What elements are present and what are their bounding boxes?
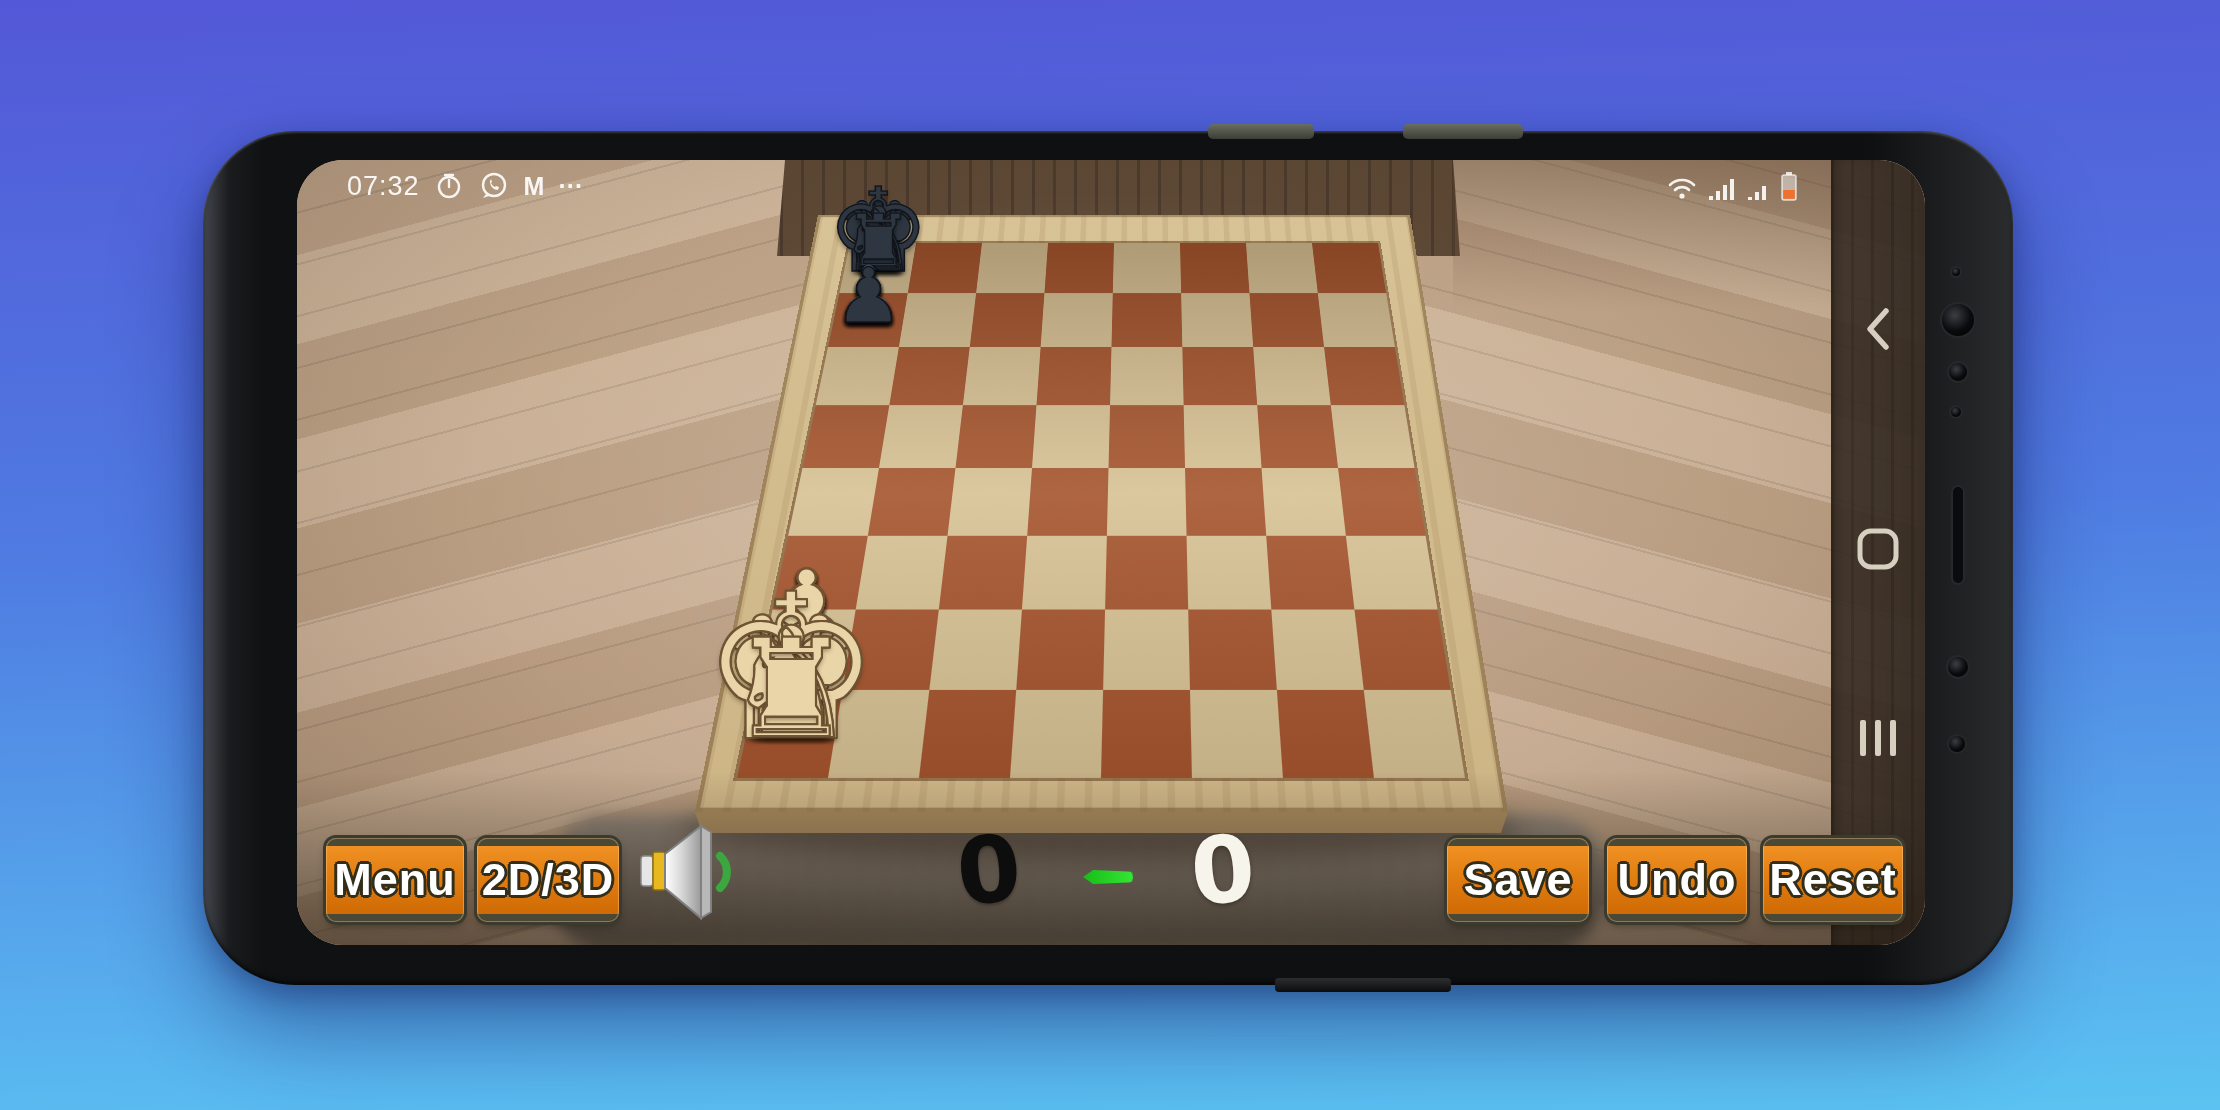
side-key-bump [1275, 978, 1451, 992]
more-dots-icon: ··· [558, 172, 583, 201]
signal-bars-icon [1708, 172, 1738, 202]
undo-button[interactable]: Undo [1607, 838, 1747, 922]
power-button [1403, 124, 1523, 139]
speaker-icon[interactable] [627, 812, 737, 936]
phone-device: ♜♞♝♛♚♝♞♜♟♟♟♟♟♟♟♟♟♟♟♟♟♟♟♟♜♞♝♛♚♝♞♜ 07:32 M… [203, 131, 2013, 985]
android-nav-bar [1831, 160, 1925, 945]
wifi-icon [1665, 172, 1699, 202]
iris-camera [1949, 363, 1967, 381]
gmail-icon: M [524, 172, 545, 201]
view-toggle-button[interactable]: 2D/3D [477, 838, 619, 922]
earpiece-speaker [1953, 487, 1963, 583]
battery-icon [1780, 170, 1798, 202]
chess-piece-black-pawn[interactable]: ♟ [835, 257, 903, 333]
recents-button[interactable] [1856, 716, 1900, 764]
chess-piece-white-rook[interactable]: ♜ [730, 621, 852, 757]
white-score: 0 [1186, 814, 1259, 926]
home-button[interactable] [1855, 526, 1901, 576]
phone-screen: ♜♞♝♛♚♝♞♜♟♟♟♟♟♟♟♟♟♟♟♟♟♟♟♟♜♞♝♛♚♝♞♜ 07:32 M… [297, 160, 1925, 945]
signal-bars-2-icon [1747, 172, 1771, 202]
sensor-dot-2 [1948, 657, 1968, 677]
clock: 07:32 [347, 171, 420, 202]
proximity-sensor [1951, 407, 1961, 417]
timer-icon [434, 171, 464, 201]
score-display: 0 0 [957, 815, 1255, 925]
front-camera [1942, 304, 1974, 336]
sensor-dot-3 [1949, 736, 1965, 752]
menu-button[interactable]: Menu [326, 838, 464, 922]
whatsapp-icon [478, 170, 510, 202]
status-bar: 07:32 M ··· [297, 168, 1925, 208]
turn-indicator [1083, 870, 1133, 884]
black-score: 0 [952, 814, 1025, 926]
back-button[interactable] [1860, 305, 1896, 357]
volume-button [1208, 124, 1314, 139]
save-button[interactable]: Save [1447, 838, 1589, 922]
sensor-dot [1952, 268, 1960, 276]
